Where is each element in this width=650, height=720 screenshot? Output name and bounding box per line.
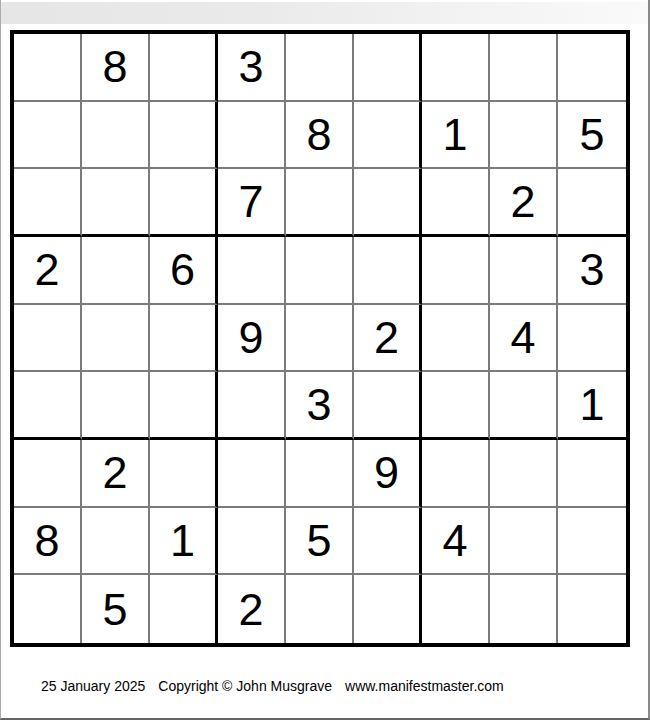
cell-r1c2[interactable]: 8 [82,34,150,102]
cell-r3c4[interactable]: 7 [218,169,286,237]
cell-r8c5[interactable]: 5 [286,508,354,576]
cell-r8c8[interactable] [490,508,558,576]
cell-r8c3[interactable]: 1 [150,508,218,576]
cell-r8c2[interactable] [82,508,150,576]
cell-r5c5[interactable] [286,305,354,373]
cell-r9c3[interactable] [150,575,218,643]
cell-r5c8[interactable]: 4 [490,305,558,373]
cell-r5c6[interactable]: 2 [354,305,422,373]
cell-r4c8[interactable] [490,237,558,305]
cell-r1c9[interactable] [558,34,626,102]
cell-r7c1[interactable] [14,440,82,508]
cell-r2c4[interactable] [218,102,286,170]
cell-r6c7[interactable] [422,372,490,440]
cell-r3c1[interactable] [14,169,82,237]
cell-r3c3[interactable] [150,169,218,237]
cell-r2c6[interactable] [354,102,422,170]
cell-r4c1[interactable]: 2 [14,237,82,305]
cell-r7c3[interactable] [150,440,218,508]
cell-r1c7[interactable] [422,34,490,102]
header-bar [1,2,648,24]
cell-r1c4[interactable]: 3 [218,34,286,102]
cell-r9c6[interactable] [354,575,422,643]
cell-r8c1[interactable]: 8 [14,508,82,576]
cell-r3c9[interactable] [558,169,626,237]
cell-r5c2[interactable] [82,305,150,373]
cell-r9c5[interactable] [286,575,354,643]
cell-r9c8[interactable] [490,575,558,643]
cell-r8c4[interactable] [218,508,286,576]
cell-r4c4[interactable] [218,237,286,305]
cell-r5c4[interactable]: 9 [218,305,286,373]
puzzle-date: 25 January 2025 [41,679,145,694]
cell-r6c2[interactable] [82,372,150,440]
cell-r7c6[interactable]: 9 [354,440,422,508]
cell-r2c3[interactable] [150,102,218,170]
cell-r1c1[interactable] [14,34,82,102]
cell-r5c7[interactable] [422,305,490,373]
cell-r1c8[interactable] [490,34,558,102]
cell-r6c1[interactable] [14,372,82,440]
cell-r4c5[interactable] [286,237,354,305]
sudoku-board: 83815722639243129815452 [10,30,630,647]
cell-r7c5[interactable] [286,440,354,508]
cell-r6c5[interactable]: 3 [286,372,354,440]
cell-r4c2[interactable] [82,237,150,305]
cell-r6c9[interactable]: 1 [558,372,626,440]
cell-r7c9[interactable] [558,440,626,508]
cell-r4c6[interactable] [354,237,422,305]
cell-r8c9[interactable] [558,508,626,576]
cell-r2c5[interactable]: 8 [286,102,354,170]
cell-r9c7[interactable] [422,575,490,643]
cell-r1c3[interactable] [150,34,218,102]
cell-r3c2[interactable] [82,169,150,237]
cell-r3c5[interactable] [286,169,354,237]
cell-r9c4[interactable]: 2 [218,575,286,643]
cell-r9c2[interactable]: 5 [82,575,150,643]
cell-r4c3[interactable]: 6 [150,237,218,305]
cell-r9c9[interactable] [558,575,626,643]
footer: 25 January 2025 Copyright © John Musgrav… [41,679,504,694]
cell-r4c9[interactable]: 3 [558,237,626,305]
cell-r5c1[interactable] [14,305,82,373]
cell-r6c4[interactable] [218,372,286,440]
cell-r7c7[interactable] [422,440,490,508]
cell-r5c9[interactable] [558,305,626,373]
cell-r4c7[interactable] [422,237,490,305]
cell-r2c2[interactable] [82,102,150,170]
cell-r3c6[interactable] [354,169,422,237]
cell-r2c9[interactable]: 5 [558,102,626,170]
cell-r8c7[interactable]: 4 [422,508,490,576]
cell-r7c2[interactable]: 2 [82,440,150,508]
cell-r8c6[interactable] [354,508,422,576]
cell-r3c8[interactable]: 2 [490,169,558,237]
cell-r7c4[interactable] [218,440,286,508]
cell-r6c3[interactable] [150,372,218,440]
cell-r2c1[interactable] [14,102,82,170]
website-url: www.manifestmaster.com [345,679,504,694]
cell-r6c6[interactable] [354,372,422,440]
cell-r3c7[interactable] [422,169,490,237]
cell-r2c7[interactable]: 1 [422,102,490,170]
cell-r1c6[interactable] [354,34,422,102]
cell-r2c8[interactable] [490,102,558,170]
cell-r9c1[interactable] [14,575,82,643]
page: 83815722639243129815452 25 January 2025 … [0,0,650,720]
cell-r5c3[interactable] [150,305,218,373]
cell-r1c5[interactable] [286,34,354,102]
copyright-text: Copyright © John Musgrave [158,679,332,694]
cell-r6c8[interactable] [490,372,558,440]
cell-r7c8[interactable] [490,440,558,508]
